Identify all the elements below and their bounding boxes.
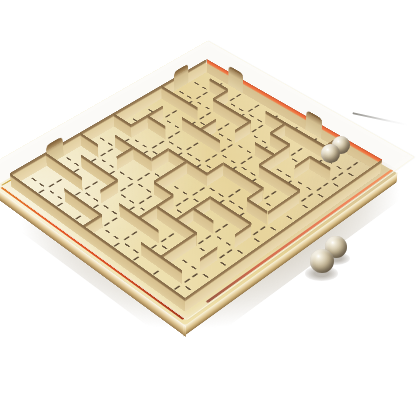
maze-board bbox=[0, 63, 397, 325]
lid-edge-glint bbox=[352, 112, 407, 126]
steel-ball-outside bbox=[310, 249, 334, 273]
acrylic-lid bbox=[0, 40, 415, 320]
photo-canvas bbox=[0, 0, 420, 420]
steel-ball-in-maze bbox=[321, 144, 340, 163]
